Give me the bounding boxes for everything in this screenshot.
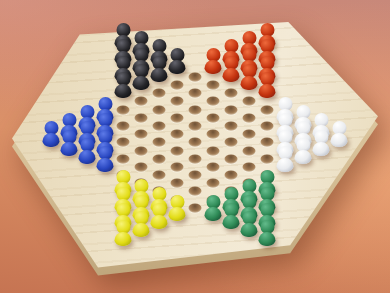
board-cell [204,114,222,122]
board-cell [168,212,186,220]
board-hole[interactable] [171,162,184,171]
board-cell [132,81,150,89]
peg-black[interactable] [169,48,186,74]
board-cell [186,171,204,179]
board-cell [186,106,204,114]
peg-red[interactable] [223,56,240,82]
board-cell [114,106,132,114]
board-hole[interactable] [225,121,238,130]
board-cell [186,204,204,212]
board-cell [186,187,204,195]
board-cell [150,73,168,81]
board-cell [186,89,204,97]
board-hole[interactable] [153,121,166,130]
board-hole[interactable] [243,97,256,106]
board-cell [222,138,240,146]
board-hole[interactable] [243,113,256,122]
board-cell [168,65,186,73]
board-hole[interactable] [171,81,184,90]
board-cell [204,212,222,220]
board-hole[interactable] [243,130,256,139]
board-cell [114,89,132,97]
board-cell [60,146,78,154]
board-hole[interactable] [189,89,202,98]
board-cell [240,146,258,154]
peg-red[interactable] [241,64,258,90]
board-cell [204,97,222,105]
board-hole[interactable] [261,138,274,147]
board-hole[interactable] [225,138,238,147]
peg-red[interactable] [205,48,222,74]
board-cell [150,155,168,163]
board-cell [150,89,168,97]
peg-yellow[interactable] [151,203,168,229]
board-hole[interactable] [189,171,202,180]
board-cell [204,130,222,138]
board-cell [222,220,240,228]
board-cell [204,179,222,187]
board-cell [114,138,132,146]
board-cell [312,146,330,154]
board-cell [240,130,258,138]
board-cell [258,237,276,245]
peg-green[interactable] [241,211,258,237]
board-cell [132,130,150,138]
board-hole[interactable] [189,154,202,163]
peg-blue[interactable] [97,146,114,172]
board-cell [240,97,258,105]
board-hole[interactable] [225,89,238,98]
board-cell [168,97,186,105]
peg-green[interactable] [259,220,276,246]
board-cell [240,114,258,122]
board-cell [240,163,258,171]
board-hole[interactable] [225,105,238,114]
board-cell [204,65,222,73]
peg-blue[interactable] [79,138,96,164]
board-hole[interactable] [135,146,148,155]
board-cell [204,146,222,154]
board-cell [168,179,186,187]
board-cell [276,163,294,171]
board-cell [222,171,240,179]
peg-white[interactable] [295,138,312,164]
board-hole[interactable] [207,113,220,122]
board-cell [168,130,186,138]
peg-black[interactable] [115,72,132,98]
peg-green[interactable] [205,195,222,221]
board-cell [132,228,150,236]
board-cell [150,122,168,130]
board-cell [168,81,186,89]
board-hole[interactable] [135,113,148,122]
board-cell [132,163,150,171]
board-hole[interactable] [243,162,256,171]
board-hole[interactable] [189,105,202,114]
peg-green[interactable] [223,203,240,229]
board-cell [222,122,240,130]
board-cell [114,237,132,245]
board-hole[interactable] [207,130,220,139]
board-cell [186,73,204,81]
scene [0,0,390,293]
star-hole-grid [42,40,348,245]
board-cell [258,106,276,114]
board-cell [132,146,150,154]
peg-yellow[interactable] [115,220,132,246]
board-cell [258,89,276,97]
board-hole[interactable] [171,113,184,122]
board-cell [186,138,204,146]
board-hole[interactable] [135,162,148,171]
board-hole[interactable] [153,89,166,98]
board-cell [204,81,222,89]
board-cell [42,138,60,146]
board-cell [78,155,96,163]
board-hole[interactable] [117,105,130,114]
board-hole[interactable] [261,154,274,163]
board-cell [222,106,240,114]
board-hole[interactable] [171,146,184,155]
board-hole[interactable] [207,146,220,155]
peg-blue[interactable] [43,121,60,147]
board-cell [294,155,312,163]
board-cell [168,163,186,171]
board-hole[interactable] [117,138,130,147]
board-hole[interactable] [261,105,274,114]
board-hole[interactable] [117,154,130,163]
board-hole[interactable] [153,171,166,180]
board-cell [150,106,168,114]
board-hole[interactable] [225,171,238,180]
board-cell [186,122,204,130]
peg-black[interactable] [151,56,168,82]
board-cell [258,155,276,163]
board-cell [96,163,114,171]
board-hole[interactable] [117,121,130,130]
board-hole[interactable] [243,146,256,155]
board-cell [258,138,276,146]
board-cell [150,220,168,228]
board-cell [222,73,240,81]
peg-yellow[interactable] [133,211,150,237]
board-cell [240,81,258,89]
board-hole[interactable] [171,130,184,139]
board-hole[interactable] [207,81,220,90]
board-hole[interactable] [261,121,274,130]
board-cell [150,138,168,146]
board-cell [114,122,132,130]
board-hole[interactable] [189,187,202,196]
peg-red[interactable] [259,72,276,98]
peg-white[interactable] [313,130,330,156]
peg-yellow[interactable] [169,195,186,221]
board-cell [132,97,150,105]
board-hole[interactable] [153,138,166,147]
board-cell [132,114,150,122]
board-cell [204,163,222,171]
board-hole[interactable] [207,162,220,171]
board-hole[interactable] [153,105,166,114]
board-hole[interactable] [189,121,202,130]
board-cell [186,155,204,163]
peg-black[interactable] [133,64,150,90]
board-hole[interactable] [171,97,184,106]
board-cell [222,89,240,97]
board-cell [222,155,240,163]
peg-blue[interactable] [61,130,78,156]
peg-white[interactable] [331,121,348,147]
peg-white[interactable] [277,146,294,172]
board-cell [114,155,132,163]
board-hole[interactable] [153,154,166,163]
board-cell [330,138,348,146]
board-hole[interactable] [189,138,202,147]
board-cell [168,146,186,154]
board-hole[interactable] [189,203,202,212]
board-hole[interactable] [135,97,148,106]
board-cell [258,122,276,130]
board-hole[interactable] [171,179,184,188]
board-hole[interactable] [207,179,220,188]
board-hole[interactable] [189,72,202,81]
board-hole[interactable] [135,130,148,139]
board-hole[interactable] [207,97,220,106]
board-cell [240,228,258,236]
board-cell [150,171,168,179]
board-cell [168,114,186,122]
board-hole[interactable] [225,154,238,163]
